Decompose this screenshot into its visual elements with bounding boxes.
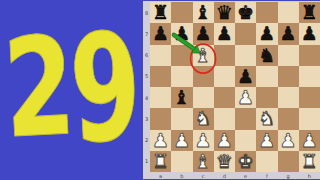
square-d1[interactable]: ♛	[214, 151, 235, 172]
square-d4[interactable]	[214, 87, 235, 108]
file-label-e: e	[235, 173, 256, 179]
file-label-g: g	[278, 173, 299, 179]
piece-white-pawn[interactable]: ♟	[237, 87, 254, 108]
square-d7[interactable]: ♟	[214, 23, 235, 44]
square-e2[interactable]	[235, 130, 256, 151]
piece-black-bishop[interactable]: ♝	[173, 87, 190, 108]
square-f8[interactable]	[256, 2, 277, 23]
square-a3[interactable]	[150, 108, 171, 129]
square-c6[interactable]: ♝	[193, 45, 214, 66]
square-c3[interactable]: ♞	[193, 108, 214, 129]
piece-black-pawn[interactable]: ♟	[237, 66, 254, 87]
file-label-c: c	[193, 173, 214, 179]
rank-labels: 87654321	[143, 2, 150, 172]
square-g8[interactable]	[278, 2, 299, 23]
piece-black-bishop[interactable]: ♝	[195, 2, 212, 23]
piece-black-pawn[interactable]: ♟	[301, 23, 318, 44]
piece-black-knight[interactable]: ♞	[258, 45, 275, 66]
piece-white-pawn[interactable]: ♟	[280, 130, 297, 151]
square-a4[interactable]	[150, 87, 171, 108]
piece-black-king[interactable]: ♚	[237, 2, 254, 23]
square-e5[interactable]: ♟	[235, 66, 256, 87]
square-f3[interactable]: ♞	[256, 108, 277, 129]
piece-black-pawn[interactable]: ♟	[216, 23, 233, 44]
piece-white-knight[interactable]: ♞	[258, 108, 275, 129]
square-f1[interactable]	[256, 151, 277, 172]
piece-white-rook[interactable]: ♜	[301, 151, 318, 172]
square-g5[interactable]	[278, 66, 299, 87]
piece-white-pawn[interactable]: ♟	[301, 130, 318, 151]
rank-label-4: 4	[143, 87, 150, 108]
square-b4[interactable]: ♝	[171, 87, 192, 108]
piece-black-pawn[interactable]: ♟	[280, 23, 297, 44]
piece-white-rook[interactable]: ♜	[152, 151, 169, 172]
square-d2[interactable]: ♟	[214, 130, 235, 151]
piece-white-pawn[interactable]: ♟	[258, 130, 275, 151]
square-h5[interactable]	[299, 66, 320, 87]
piece-black-pawn[interactable]: ♟	[152, 23, 169, 44]
chessboard[interactable]: ♜♝♛♚♜♟♟♟♟♟♟♟♝♞♟♝♟♞♞♟♟♟♟♟♟♟♜♝♛♚♜	[150, 2, 320, 172]
square-d8[interactable]: ♛	[214, 2, 235, 23]
file-label-a: a	[150, 173, 171, 179]
square-h3[interactable]	[299, 108, 320, 129]
file-label-h: h	[299, 173, 320, 179]
square-e8[interactable]: ♚	[235, 2, 256, 23]
square-f6[interactable]: ♞	[256, 45, 277, 66]
piece-white-pawn[interactable]: ♟	[173, 130, 190, 151]
square-h1[interactable]: ♜	[299, 151, 320, 172]
piece-black-rook[interactable]: ♜	[301, 2, 318, 23]
rank-label-8: 8	[143, 2, 150, 23]
square-g6[interactable]	[278, 45, 299, 66]
piece-black-pawn[interactable]: ♟	[173, 23, 190, 44]
square-b1[interactable]	[171, 151, 192, 172]
square-a5[interactable]	[150, 66, 171, 87]
square-h4[interactable]	[299, 87, 320, 108]
file-label-d: d	[214, 173, 235, 179]
square-g3[interactable]	[278, 108, 299, 129]
square-a7[interactable]: ♟	[150, 23, 171, 44]
square-c1[interactable]: ♝	[193, 151, 214, 172]
piece-white-pawn[interactable]: ♟	[216, 130, 233, 151]
square-f4[interactable]	[256, 87, 277, 108]
square-b5[interactable]	[171, 66, 192, 87]
piece-black-rook[interactable]: ♜	[152, 2, 169, 23]
square-c4[interactable]	[193, 87, 214, 108]
square-h7[interactable]: ♟	[299, 23, 320, 44]
square-a2[interactable]: ♟	[150, 130, 171, 151]
rank-label-2: 2	[143, 130, 150, 151]
file-label-f: f	[256, 173, 277, 179]
square-a1[interactable]: ♜	[150, 151, 171, 172]
piece-black-pawn[interactable]: ♟	[258, 23, 275, 44]
square-f5[interactable]	[256, 66, 277, 87]
square-d6[interactable]	[214, 45, 235, 66]
file-labels: abcdefgh	[150, 173, 320, 179]
lesson-number: 29	[0, 0, 149, 180]
file-label-b: b	[171, 173, 192, 179]
piece-white-pawn[interactable]: ♟	[195, 130, 212, 151]
square-e1[interactable]: ♚	[235, 151, 256, 172]
square-h6[interactable]	[299, 45, 320, 66]
rank-label-1: 1	[143, 151, 150, 172]
square-a8[interactable]: ♜	[150, 2, 171, 23]
square-b6[interactable]	[171, 45, 192, 66]
square-h8[interactable]: ♜	[299, 2, 320, 23]
square-c5[interactable]	[193, 66, 214, 87]
square-b3[interactable]	[171, 108, 192, 129]
piece-white-bishop[interactable]: ♝	[195, 151, 212, 172]
rank-label-7: 7	[143, 23, 150, 44]
piece-white-king[interactable]: ♚	[237, 151, 254, 172]
square-g7[interactable]: ♟	[278, 23, 299, 44]
lesson-number-text: 29	[1, 15, 141, 158]
square-d5[interactable]	[214, 66, 235, 87]
square-g1[interactable]	[278, 151, 299, 172]
piece-black-pawn[interactable]: ♟	[195, 23, 212, 44]
square-e4[interactable]: ♟	[235, 87, 256, 108]
square-d3[interactable]	[214, 108, 235, 129]
rank-label-6: 6	[143, 45, 150, 66]
rank-label-3: 3	[143, 108, 150, 129]
digit-9: 9	[67, 13, 141, 165]
square-a6[interactable]	[150, 45, 171, 66]
square-e7[interactable]	[235, 23, 256, 44]
piece-white-queen[interactable]: ♛	[216, 151, 233, 172]
piece-black-queen[interactable]: ♛	[216, 2, 233, 23]
square-b8[interactable]	[171, 2, 192, 23]
square-g4[interactable]	[278, 87, 299, 108]
digit-2: 2	[0, 7, 75, 168]
square-g2[interactable]: ♟	[278, 130, 299, 151]
square-e6[interactable]	[235, 45, 256, 66]
square-c8[interactable]: ♝	[193, 2, 214, 23]
square-f2[interactable]: ♟	[256, 130, 277, 151]
piece-white-pawn[interactable]: ♟	[152, 130, 169, 151]
page: { "scene": { "big_number": "29" }, "colo…	[0, 0, 320, 180]
square-c2[interactable]: ♟	[193, 130, 214, 151]
square-f7[interactable]: ♟	[256, 23, 277, 44]
piece-white-bishop[interactable]: ♝	[195, 45, 212, 66]
square-h2[interactable]: ♟	[299, 130, 320, 151]
piece-white-knight[interactable]: ♞	[195, 108, 212, 129]
square-c7[interactable]: ♟	[193, 23, 214, 44]
square-e3[interactable]	[235, 108, 256, 129]
square-b2[interactable]: ♟	[171, 130, 192, 151]
square-b7[interactable]: ♟	[171, 23, 192, 44]
rank-label-5: 5	[143, 66, 150, 87]
